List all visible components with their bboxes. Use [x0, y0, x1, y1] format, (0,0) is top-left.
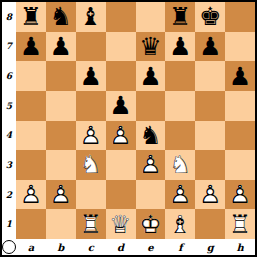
square-d3[interactable]: [106, 150, 136, 180]
piece-outline-glyph: ♙: [165, 180, 195, 210]
piece-solid-glyph: ♟: [16, 32, 46, 62]
square-d7[interactable]: [106, 32, 136, 62]
square-h7[interactable]: [225, 32, 255, 62]
square-g3[interactable]: [195, 150, 225, 180]
piece-outline-glyph: ♙: [225, 180, 255, 210]
square-a6[interactable]: [16, 61, 46, 91]
piece-outline-glyph: ♘: [165, 150, 195, 180]
piece-bB-c8: ♝: [76, 2, 106, 32]
square-e7[interactable]: ♛: [136, 32, 166, 62]
piece-outline-glyph: ♙: [195, 180, 225, 210]
rank-label-6: 6: [2, 61, 16, 91]
piece-wB-f1: ♝♗: [165, 209, 195, 239]
square-h4[interactable]: [225, 121, 255, 151]
piece-outline-glyph: ♔: [136, 209, 166, 239]
piece-bN-b8: ♞: [46, 2, 76, 32]
piece-outline-glyph: ♙: [16, 180, 46, 210]
turn-indicator-cell: [2, 239, 16, 255]
piece-outline-glyph: ♙: [136, 150, 166, 180]
piece-wQ-d1: ♛♕: [106, 209, 136, 239]
square-c4[interactable]: ♟♙: [76, 121, 106, 151]
square-f7[interactable]: ♟: [165, 32, 195, 62]
square-a5[interactable]: [16, 91, 46, 121]
square-a8[interactable]: ♜: [16, 2, 46, 32]
square-g2[interactable]: ♟♙: [195, 180, 225, 210]
piece-solid-glyph: ♜: [165, 2, 195, 32]
square-e8[interactable]: [136, 2, 166, 32]
square-b2[interactable]: ♟♙: [46, 180, 76, 210]
rank-label-3: 3: [2, 150, 16, 180]
piece-outline-glyph: ♕: [106, 209, 136, 239]
square-f2[interactable]: ♟♙: [165, 180, 195, 210]
square-a1[interactable]: [16, 209, 46, 239]
piece-outline-glyph: ♙: [106, 121, 136, 151]
piece-outline-glyph: ♖: [225, 209, 255, 239]
square-c5[interactable]: [76, 91, 106, 121]
piece-bR-a8: ♜: [16, 2, 46, 32]
square-b1[interactable]: [46, 209, 76, 239]
piece-outline-glyph: ♙: [76, 121, 106, 151]
piece-outline-glyph: ♙: [46, 180, 76, 210]
piece-bK-g8: ♚: [195, 2, 225, 32]
circle-outline-icon: [2, 240, 16, 254]
square-e4[interactable]: ♞: [136, 121, 166, 151]
piece-bN-e4: ♞: [136, 121, 166, 151]
square-e6[interactable]: ♟: [136, 61, 166, 91]
square-c1[interactable]: ♜♖: [76, 209, 106, 239]
file-label-c: c: [76, 239, 106, 255]
piece-bP-b7: ♟: [46, 32, 76, 62]
square-d6[interactable]: [106, 61, 136, 91]
square-b5[interactable]: [46, 91, 76, 121]
square-a3[interactable]: [16, 150, 46, 180]
piece-wR-h1: ♜♖: [225, 209, 255, 239]
file-label-h: h: [225, 239, 255, 255]
rank-label-1: 1: [2, 209, 16, 239]
square-g6[interactable]: [195, 61, 225, 91]
rank-label-2: 2: [2, 180, 16, 210]
piece-solid-glyph: ♜: [16, 2, 46, 32]
piece-wP-b2: ♟♙: [46, 180, 76, 210]
piece-wN-f3: ♞♘: [165, 150, 195, 180]
piece-bP-a7: ♟: [16, 32, 46, 62]
piece-solid-glyph: ♝: [76, 2, 106, 32]
square-h3[interactable]: [225, 150, 255, 180]
piece-bP-d5: ♟: [106, 91, 136, 121]
square-c2[interactable]: [76, 180, 106, 210]
chess-board-diagram: 8♜♞♝♜♚7♟♟♛♟♟6♟♟♟5♟4♟♙♟♙♞3♞♘♟♙♞♘2♟♙♟♙♟♙♟♙…: [0, 0, 257, 257]
square-a4[interactable]: [16, 121, 46, 151]
piece-solid-glyph: ♛: [136, 32, 166, 62]
square-b6[interactable]: [46, 61, 76, 91]
rank-label-4: 4: [2, 121, 16, 151]
square-g4[interactable]: [195, 121, 225, 151]
piece-bP-g7: ♟: [195, 32, 225, 62]
square-a2[interactable]: ♟♙: [16, 180, 46, 210]
piece-wP-d4: ♟♙: [106, 121, 136, 151]
file-label-e: e: [136, 239, 166, 255]
piece-solid-glyph: ♞: [46, 2, 76, 32]
file-label-d: d: [106, 239, 136, 255]
piece-bP-c6: ♟: [76, 61, 106, 91]
square-d5[interactable]: ♟: [106, 91, 136, 121]
square-d4[interactable]: ♟♙: [106, 121, 136, 151]
square-b8[interactable]: ♞: [46, 2, 76, 32]
piece-bQ-e7: ♛: [136, 32, 166, 62]
square-b3[interactable]: [46, 150, 76, 180]
square-g1[interactable]: [195, 209, 225, 239]
rank-label-7: 7: [2, 32, 16, 62]
piece-solid-glyph: ♟: [225, 61, 255, 91]
square-b4[interactable]: [46, 121, 76, 151]
square-b7[interactable]: ♟: [46, 32, 76, 62]
piece-wN-c3: ♞♘: [76, 150, 106, 180]
square-h6[interactable]: ♟: [225, 61, 255, 91]
piece-solid-glyph: ♚: [195, 2, 225, 32]
square-f3[interactable]: ♞♘: [165, 150, 195, 180]
piece-solid-glyph: ♟: [136, 61, 166, 91]
piece-outline-glyph: ♗: [165, 209, 195, 239]
piece-solid-glyph: ♟: [46, 32, 76, 62]
piece-outline-glyph: ♖: [76, 209, 106, 239]
piece-solid-glyph: ♞: [136, 121, 166, 151]
square-a7[interactable]: ♟: [16, 32, 46, 62]
square-h8[interactable]: [225, 2, 255, 32]
file-label-b: b: [46, 239, 76, 255]
piece-wP-g2: ♟♙: [195, 180, 225, 210]
rank-label-5: 5: [2, 91, 16, 121]
square-e2[interactable]: [136, 180, 166, 210]
square-f6[interactable]: [165, 61, 195, 91]
piece-wP-h2: ♟♙: [225, 180, 255, 210]
square-h1[interactable]: ♜♖: [225, 209, 255, 239]
piece-solid-glyph: ♟: [106, 91, 136, 121]
square-d2[interactable]: [106, 180, 136, 210]
square-c8[interactable]: ♝: [76, 2, 106, 32]
square-g8[interactable]: ♚: [195, 2, 225, 32]
square-d1[interactable]: ♛♕: [106, 209, 136, 239]
square-e1[interactable]: ♚♔: [136, 209, 166, 239]
piece-bP-h6: ♟: [225, 61, 255, 91]
piece-wK-e1: ♚♔: [136, 209, 166, 239]
square-e3[interactable]: ♟♙: [136, 150, 166, 180]
file-label-f: f: [165, 239, 195, 255]
square-d8[interactable]: [106, 2, 136, 32]
square-h5[interactable]: [225, 91, 255, 121]
file-label-g: g: [195, 239, 225, 255]
piece-wP-e3: ♟♙: [136, 150, 166, 180]
square-f5[interactable]: [165, 91, 195, 121]
square-g5[interactable]: [195, 91, 225, 121]
square-f1[interactable]: ♝♗: [165, 209, 195, 239]
square-c3[interactable]: ♞♘: [76, 150, 106, 180]
square-f4[interactable]: [165, 121, 195, 151]
piece-wP-a2: ♟♙: [16, 180, 46, 210]
piece-solid-glyph: ♟: [195, 32, 225, 62]
piece-solid-glyph: ♟: [165, 32, 195, 62]
piece-bR-f8: ♜: [165, 2, 195, 32]
square-c6[interactable]: ♟: [76, 61, 106, 91]
piece-bP-e6: ♟: [136, 61, 166, 91]
square-e5[interactable]: [136, 91, 166, 121]
piece-outline-glyph: ♘: [76, 150, 106, 180]
square-c7[interactable]: [76, 32, 106, 62]
piece-bP-f7: ♟: [165, 32, 195, 62]
piece-solid-glyph: ♟: [76, 61, 106, 91]
piece-wP-c4: ♟♙: [76, 121, 106, 151]
square-h2[interactable]: ♟♙: [225, 180, 255, 210]
piece-wR-c1: ♜♖: [76, 209, 106, 239]
rank-label-8: 8: [2, 2, 16, 32]
square-g7[interactable]: ♟: [195, 32, 225, 62]
square-f8[interactable]: ♜: [165, 2, 195, 32]
file-label-a: a: [16, 239, 46, 255]
piece-wP-f2: ♟♙: [165, 180, 195, 210]
